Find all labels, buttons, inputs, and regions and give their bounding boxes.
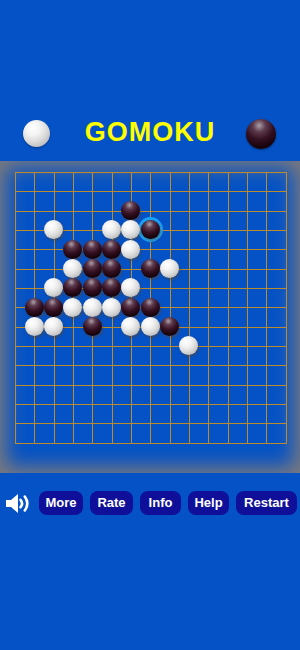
board-cell	[190, 231, 209, 250]
board-cell	[190, 424, 209, 443]
board-cell	[190, 289, 209, 308]
board-cell	[248, 405, 267, 424]
board-cell	[113, 405, 132, 424]
board-cell	[16, 212, 35, 231]
board-cell	[55, 386, 74, 405]
board-cell	[35, 347, 54, 366]
board-cell	[209, 424, 228, 443]
rate-button[interactable]: Rate	[90, 491, 133, 515]
board-cell	[171, 289, 190, 308]
board-cell	[229, 386, 248, 405]
board-cell	[113, 366, 132, 385]
board-cell	[151, 366, 170, 385]
board-cell	[93, 386, 112, 405]
board-cell	[151, 386, 170, 405]
board-cell	[248, 308, 267, 327]
board-cell	[209, 270, 228, 289]
board-cell	[35, 424, 54, 443]
board-cell	[55, 366, 74, 385]
board-cell	[248, 424, 267, 443]
board-cell	[93, 173, 112, 192]
board-cell	[267, 192, 286, 211]
sound-button[interactable]	[6, 493, 33, 514]
board-cell	[113, 386, 132, 405]
board-cell	[248, 386, 267, 405]
board-cell	[171, 424, 190, 443]
board-cell	[229, 347, 248, 366]
board-cell	[113, 173, 132, 192]
board-cell	[16, 405, 35, 424]
board-cell	[55, 424, 74, 443]
board-cell	[229, 250, 248, 269]
board-cell	[229, 192, 248, 211]
board-cell	[16, 366, 35, 385]
board-cell	[93, 405, 112, 424]
board-cell	[55, 347, 74, 366]
board-cell	[93, 192, 112, 211]
board-cell	[248, 250, 267, 269]
board-cell	[151, 424, 170, 443]
board-cell	[35, 192, 54, 211]
controls-bar: More Rate Info Help Restart	[0, 490, 300, 516]
board-cell	[35, 366, 54, 385]
stone-black	[83, 240, 102, 259]
board-cell	[248, 231, 267, 250]
board-cell	[229, 308, 248, 327]
board-cell	[267, 308, 286, 327]
black-player-stone-icon	[246, 119, 276, 149]
board-cell	[171, 366, 190, 385]
stone-black	[25, 298, 44, 317]
board-cell	[190, 270, 209, 289]
board-cell	[229, 212, 248, 231]
board-cell	[248, 289, 267, 308]
stone-white	[141, 317, 160, 336]
board-cell	[229, 328, 248, 347]
board-cell	[267, 328, 286, 347]
board-cell	[35, 405, 54, 424]
board-cell	[209, 386, 228, 405]
restart-button[interactable]: Restart	[236, 491, 297, 515]
board-cell	[74, 424, 93, 443]
board-cell	[74, 386, 93, 405]
stone-black	[141, 259, 160, 278]
board-cell	[132, 386, 151, 405]
speaker-icon	[6, 493, 33, 514]
board-cell	[190, 173, 209, 192]
more-button[interactable]: More	[39, 491, 83, 515]
board-cell	[209, 347, 228, 366]
board-cell	[93, 366, 112, 385]
board-cell	[171, 231, 190, 250]
board-cell	[267, 231, 286, 250]
board-cell	[132, 424, 151, 443]
board-cell	[209, 250, 228, 269]
board-cell	[16, 250, 35, 269]
board-cell	[16, 231, 35, 250]
board-cell	[229, 366, 248, 385]
board-cell	[74, 405, 93, 424]
board-cell	[151, 405, 170, 424]
board-cell	[209, 289, 228, 308]
board-cell	[267, 270, 286, 289]
board-cell	[267, 405, 286, 424]
board-cell	[229, 289, 248, 308]
board-cell	[55, 192, 74, 211]
board-cell	[267, 250, 286, 269]
board-cell	[267, 386, 286, 405]
stone-black	[83, 259, 102, 278]
board-cell	[55, 405, 74, 424]
stone-black	[83, 317, 102, 336]
board-cell	[132, 347, 151, 366]
board-cell	[190, 250, 209, 269]
board-cell	[74, 366, 93, 385]
board-cell	[248, 347, 267, 366]
board-cell	[248, 270, 267, 289]
board-cell	[132, 405, 151, 424]
board-cell	[74, 192, 93, 211]
board-cell	[16, 347, 35, 366]
board-cell	[209, 328, 228, 347]
board-cell	[267, 289, 286, 308]
board-cell	[190, 366, 209, 385]
board-cell	[190, 308, 209, 327]
board-cell	[267, 424, 286, 443]
board-cell	[35, 386, 54, 405]
board-cell	[190, 212, 209, 231]
board-cell	[113, 424, 132, 443]
board-cell	[171, 405, 190, 424]
board-cell	[229, 231, 248, 250]
board-cell	[171, 212, 190, 231]
board-cell	[209, 405, 228, 424]
board-cell	[229, 424, 248, 443]
board-cell	[113, 347, 132, 366]
board-cell	[171, 386, 190, 405]
board-cell	[248, 328, 267, 347]
board-cell	[209, 231, 228, 250]
help-button[interactable]: Help	[188, 491, 229, 515]
board-cell	[16, 270, 35, 289]
board-cell	[267, 347, 286, 366]
board-cell	[16, 386, 35, 405]
board-cell	[74, 347, 93, 366]
board-cell	[16, 173, 35, 192]
board-cell	[55, 173, 74, 192]
board-cell	[151, 192, 170, 211]
board-cell	[267, 366, 286, 385]
board-cell	[267, 173, 286, 192]
board-cell	[16, 424, 35, 443]
stone-black	[141, 298, 160, 317]
stone-white	[25, 317, 44, 336]
board-cell	[248, 212, 267, 231]
board-cell	[190, 405, 209, 424]
board-cell	[151, 347, 170, 366]
board-cell	[74, 212, 93, 231]
board-cell	[190, 192, 209, 211]
board-cell	[151, 173, 170, 192]
stone-white	[102, 298, 121, 317]
board-cell	[248, 173, 267, 192]
board-cell	[93, 347, 112, 366]
gomoku-app: GOMOKU More Rate Info Help Restart	[0, 0, 300, 650]
board-cell	[209, 192, 228, 211]
board-cell	[93, 424, 112, 443]
board-cell	[35, 250, 54, 269]
board-cell	[209, 212, 228, 231]
stone-black	[44, 298, 63, 317]
board-cell	[229, 173, 248, 192]
board-cell	[132, 366, 151, 385]
board-cell	[171, 173, 190, 192]
board-cell	[16, 192, 35, 211]
board-cell	[35, 173, 54, 192]
board-cell	[229, 270, 248, 289]
board-cell	[209, 173, 228, 192]
board-cell	[171, 192, 190, 211]
board-cell	[209, 308, 228, 327]
stone-white	[83, 298, 102, 317]
board-cell	[190, 386, 209, 405]
info-button[interactable]: Info	[140, 491, 181, 515]
board-cell	[132, 173, 151, 192]
board-cell	[248, 366, 267, 385]
board-cell	[248, 192, 267, 211]
stone-black	[102, 240, 121, 259]
board-cell	[229, 405, 248, 424]
board-cell	[267, 212, 286, 231]
game-board[interactable]	[0, 161, 300, 473]
board-cell	[74, 173, 93, 192]
board-cell	[209, 366, 228, 385]
